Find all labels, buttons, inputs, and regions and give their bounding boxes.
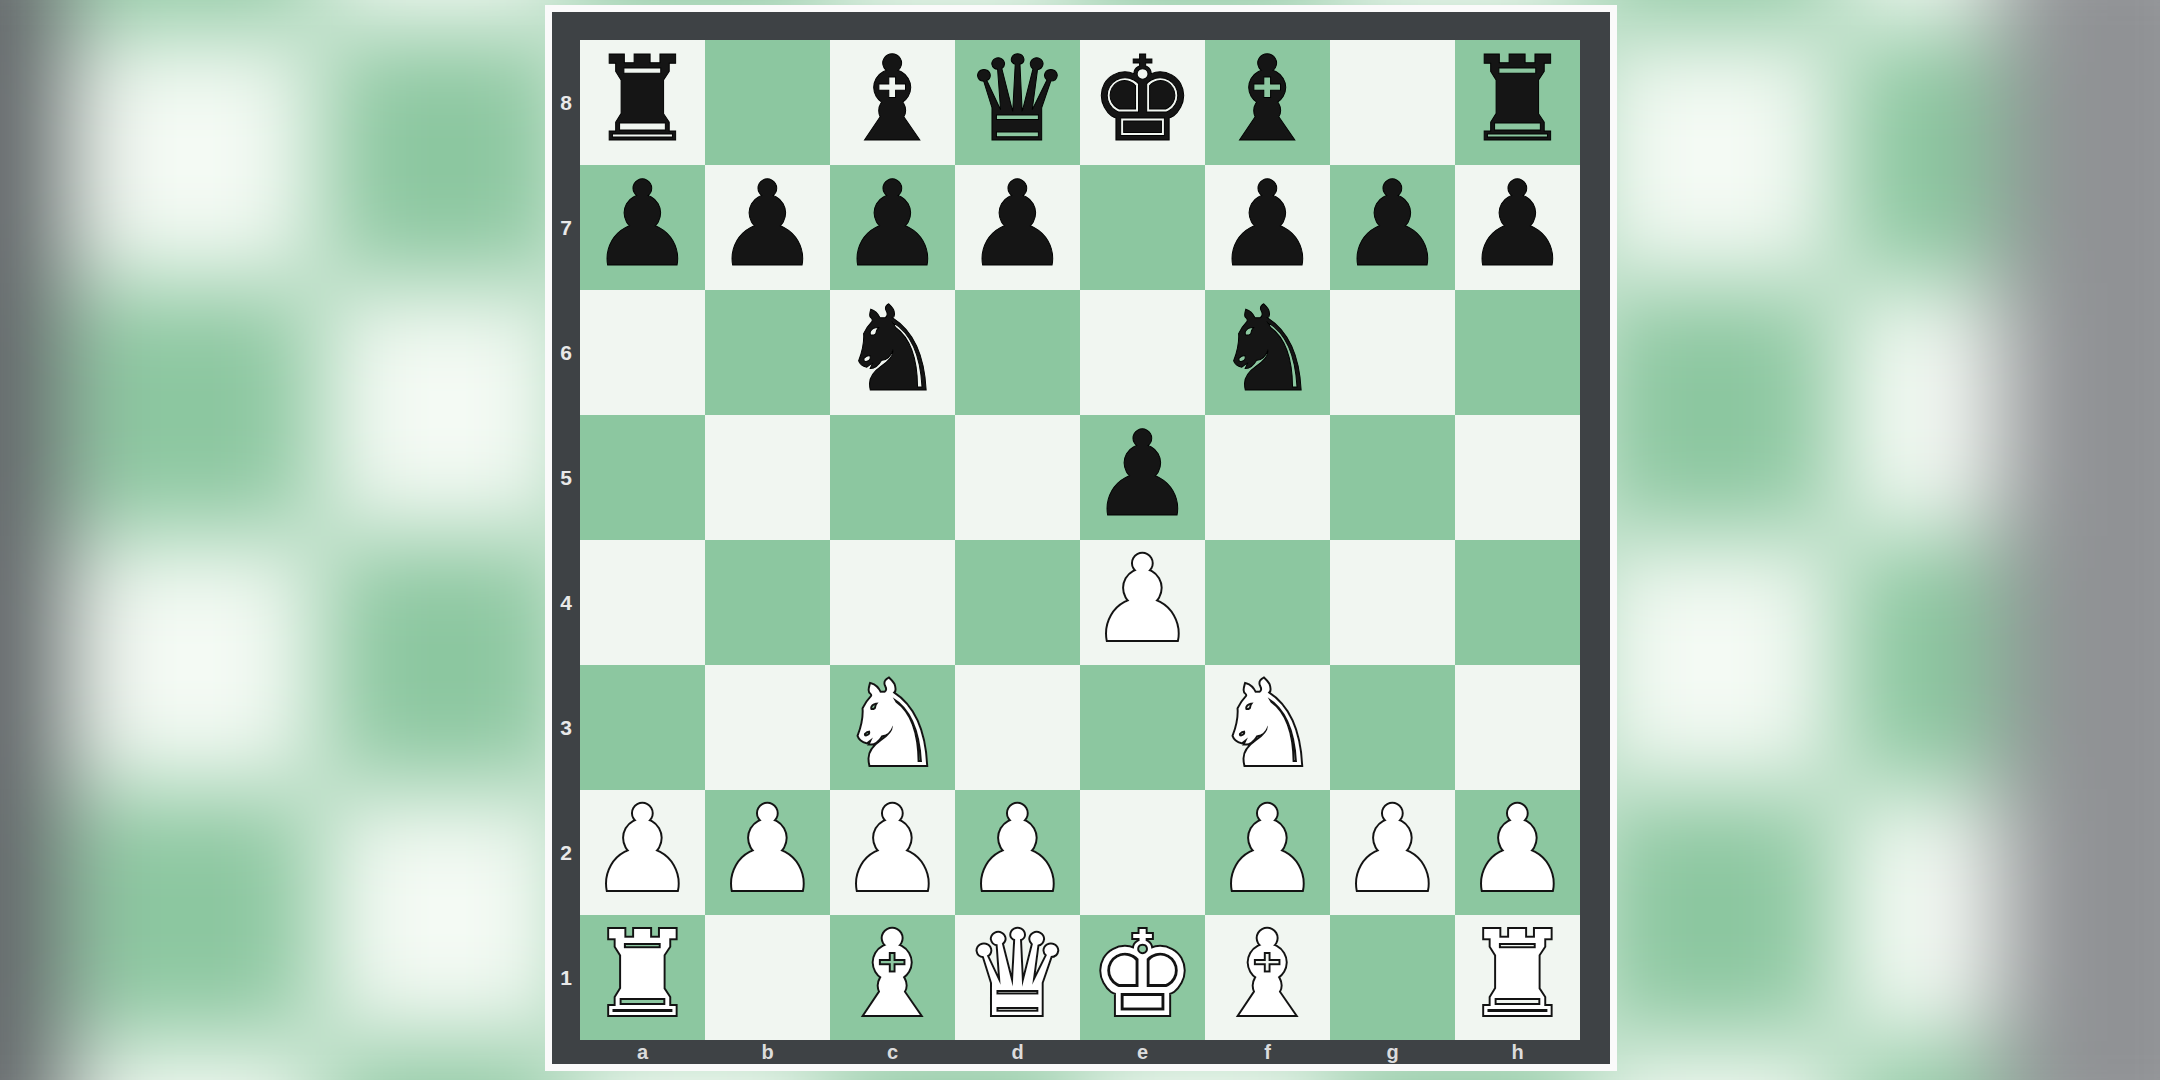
square-f7[interactable]: ♟ — [1205, 165, 1330, 290]
piece-white-knight-c3[interactable]: ♞ — [830, 662, 955, 787]
square-b2[interactable]: ♟ — [705, 790, 830, 915]
square-e3[interactable] — [1080, 665, 1205, 790]
square-d4[interactable] — [955, 540, 1080, 665]
square-a8[interactable]: ♜ — [580, 40, 705, 165]
piece-black-rook-a8[interactable]: ♜ — [580, 37, 705, 162]
piece-black-pawn-g7[interactable]: ♟ — [1330, 162, 1455, 287]
rank-label-5: 5 — [552, 415, 580, 540]
piece-white-pawn-f2[interactable]: ♟ — [1205, 787, 1330, 912]
square-d1[interactable]: ♛ — [955, 915, 1080, 1040]
rank-label-1: 1 — [552, 915, 580, 1040]
square-b6[interactable] — [705, 290, 830, 415]
piece-black-pawn-b7[interactable]: ♟ — [705, 162, 830, 287]
square-h3[interactable] — [1455, 665, 1580, 790]
square-a2[interactable]: ♟ — [580, 790, 705, 915]
piece-black-queen-d8[interactable]: ♛ — [955, 37, 1080, 162]
square-e7[interactable] — [1080, 165, 1205, 290]
rank-label-2: 2 — [552, 790, 580, 915]
square-h1[interactable]: ♜ — [1455, 915, 1580, 1040]
square-c5[interactable] — [830, 415, 955, 540]
rank-label-6: 6 — [552, 290, 580, 415]
board-grid: ♜♝♛♚♝♜♟♟♟♟♟♟♟♞♞♟♟♞♞♟♟♟♟♟♟♟♜♝♛♚♝♜ — [580, 40, 1580, 1040]
square-d2[interactable]: ♟ — [955, 790, 1080, 915]
piece-white-pawn-c2[interactable]: ♟ — [830, 787, 955, 912]
square-g7[interactable]: ♟ — [1330, 165, 1455, 290]
piece-black-pawn-f7[interactable]: ♟ — [1205, 162, 1330, 287]
background-right-gray-band — [2000, 0, 2160, 1080]
piece-white-pawn-g2[interactable]: ♟ — [1330, 787, 1455, 912]
square-b1[interactable] — [705, 915, 830, 1040]
square-d6[interactable] — [955, 290, 1080, 415]
square-d3[interactable] — [955, 665, 1080, 790]
square-c6[interactable]: ♞ — [830, 290, 955, 415]
file-label-b: b — [705, 1040, 830, 1064]
square-c8[interactable]: ♝ — [830, 40, 955, 165]
piece-white-bishop-c1[interactable]: ♝ — [830, 912, 955, 1037]
piece-black-pawn-e5[interactable]: ♟ — [1080, 412, 1205, 537]
square-f8[interactable]: ♝ — [1205, 40, 1330, 165]
square-a3[interactable] — [580, 665, 705, 790]
square-b5[interactable] — [705, 415, 830, 540]
rank-label-4: 4 — [552, 540, 580, 665]
square-d8[interactable]: ♛ — [955, 40, 1080, 165]
square-e4[interactable]: ♟ — [1080, 540, 1205, 665]
square-f4[interactable] — [1205, 540, 1330, 665]
file-label-h: h — [1455, 1040, 1580, 1064]
file-label-f: f — [1205, 1040, 1330, 1064]
square-f6[interactable]: ♞ — [1205, 290, 1330, 415]
square-d5[interactable] — [955, 415, 1080, 540]
piece-white-pawn-a2[interactable]: ♟ — [580, 787, 705, 912]
square-b3[interactable] — [705, 665, 830, 790]
board-frame: 87654321 abcdefgh ♜♝♛♚♝♜♟♟♟♟♟♟♟♞♞♟♟♞♞♟♟♟… — [552, 12, 1610, 1064]
piece-black-bishop-c8[interactable]: ♝ — [830, 37, 955, 162]
rank-label-3: 3 — [552, 665, 580, 790]
piece-white-pawn-d2[interactable]: ♟ — [955, 787, 1080, 912]
square-h7[interactable]: ♟ — [1455, 165, 1580, 290]
square-a4[interactable] — [580, 540, 705, 665]
rank-label-8: 8 — [552, 40, 580, 165]
square-g6[interactable] — [1330, 290, 1455, 415]
background-left-gray-band — [0, 0, 60, 1080]
square-h6[interactable] — [1455, 290, 1580, 415]
square-g1[interactable] — [1330, 915, 1455, 1040]
square-f1[interactable]: ♝ — [1205, 915, 1330, 1040]
file-label-g: g — [1330, 1040, 1455, 1064]
piece-black-rook-h8[interactable]: ♜ — [1455, 37, 1580, 162]
piece-black-king-e8[interactable]: ♚ — [1080, 37, 1205, 162]
square-a5[interactable] — [580, 415, 705, 540]
file-label-e: e — [1080, 1040, 1205, 1064]
square-b7[interactable]: ♟ — [705, 165, 830, 290]
piece-black-pawn-a7[interactable]: ♟ — [580, 162, 705, 287]
piece-black-pawn-h7[interactable]: ♟ — [1455, 162, 1580, 287]
piece-white-pawn-b2[interactable]: ♟ — [705, 787, 830, 912]
square-h2[interactable]: ♟ — [1455, 790, 1580, 915]
chess-board: 87654321 abcdefgh ♜♝♛♚♝♜♟♟♟♟♟♟♟♞♞♟♟♞♞♟♟♟… — [545, 5, 1617, 1071]
piece-black-pawn-c7[interactable]: ♟ — [830, 162, 955, 287]
square-f2[interactable]: ♟ — [1205, 790, 1330, 915]
square-a1[interactable]: ♜ — [580, 915, 705, 1040]
file-label-a: a — [580, 1040, 705, 1064]
square-e1[interactable]: ♚ — [1080, 915, 1205, 1040]
square-g4[interactable] — [1330, 540, 1455, 665]
square-e6[interactable] — [1080, 290, 1205, 415]
piece-white-pawn-h2[interactable]: ♟ — [1455, 787, 1580, 912]
square-c4[interactable] — [830, 540, 955, 665]
piece-white-king-e1[interactable]: ♚ — [1080, 912, 1205, 1037]
square-h4[interactable] — [1455, 540, 1580, 665]
square-d7[interactable]: ♟ — [955, 165, 1080, 290]
square-e5[interactable]: ♟ — [1080, 415, 1205, 540]
piece-white-knight-f3[interactable]: ♞ — [1205, 662, 1330, 787]
square-h8[interactable]: ♜ — [1455, 40, 1580, 165]
square-g3[interactable] — [1330, 665, 1455, 790]
square-c7[interactable]: ♟ — [830, 165, 955, 290]
piece-white-rook-a1[interactable]: ♜ — [580, 912, 705, 1037]
piece-white-rook-h1[interactable]: ♜ — [1455, 912, 1580, 1037]
square-c1[interactable]: ♝ — [830, 915, 955, 1040]
square-h5[interactable] — [1455, 415, 1580, 540]
piece-black-knight-c6[interactable]: ♞ — [830, 287, 955, 412]
piece-black-knight-f6[interactable]: ♞ — [1205, 287, 1330, 412]
square-e8[interactable]: ♚ — [1080, 40, 1205, 165]
square-g2[interactable]: ♟ — [1330, 790, 1455, 915]
square-f3[interactable]: ♞ — [1205, 665, 1330, 790]
square-a7[interactable]: ♟ — [580, 165, 705, 290]
square-c3[interactable]: ♞ — [830, 665, 955, 790]
square-f5[interactable] — [1205, 415, 1330, 540]
square-g8[interactable] — [1330, 40, 1455, 165]
square-b4[interactable] — [705, 540, 830, 665]
file-label-d: d — [955, 1040, 1080, 1064]
piece-white-queen-d1[interactable]: ♛ — [955, 912, 1080, 1037]
piece-black-bishop-f8[interactable]: ♝ — [1205, 37, 1330, 162]
piece-black-pawn-d7[interactable]: ♟ — [955, 162, 1080, 287]
square-b8[interactable] — [705, 40, 830, 165]
file-label-c: c — [830, 1040, 955, 1064]
rank-label-7: 7 — [552, 165, 580, 290]
square-e2[interactable] — [1080, 790, 1205, 915]
square-c2[interactable]: ♟ — [830, 790, 955, 915]
piece-white-pawn-e4[interactable]: ♟ — [1080, 537, 1205, 662]
square-a6[interactable] — [580, 290, 705, 415]
piece-white-bishop-f1[interactable]: ♝ — [1205, 912, 1330, 1037]
square-g5[interactable] — [1330, 415, 1455, 540]
app-window: 87654321 abcdefgh ♜♝♛♚♝♜♟♟♟♟♟♟♟♞♞♟♟♞♞♟♟♟… — [0, 0, 2160, 1080]
